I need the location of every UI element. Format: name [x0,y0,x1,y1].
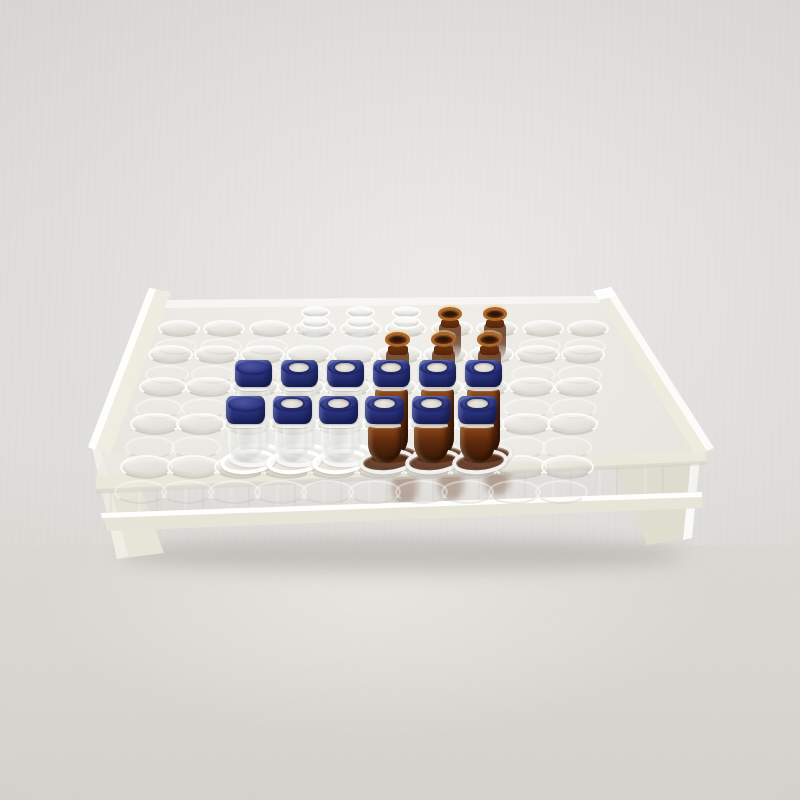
scene [0,0,800,800]
rack-hole [185,377,233,398]
vial-mouth [483,307,507,321]
rack-hole-lower-ghost [488,480,541,504]
vial-septum [335,363,355,372]
vial-mouth [477,332,502,347]
vial-septum [381,363,401,372]
vial-mouth [431,332,456,347]
rack-hole [515,345,560,364]
vial-septum [281,399,302,409]
rack-hole-lower-ghost [161,480,214,504]
rack-hole [508,377,556,398]
rack-hole [567,320,609,337]
vial-septum [289,363,309,372]
vial-cap [273,396,312,424]
vial-septum [467,399,488,409]
vial-septum [474,363,494,372]
rack-hole-lower-ghost [301,480,354,504]
vial-cap [281,360,318,387]
rack-shadow [118,538,684,572]
vial-body [321,425,356,463]
rack-hole [194,345,239,364]
rack-hole-lower-ghost [441,480,494,504]
rack-hole [158,320,200,337]
rack-hole [120,455,173,479]
vial-cap [319,396,358,424]
vial-septum [374,399,395,409]
rack-hole [541,455,594,479]
rack-hole [547,413,597,435]
vial-cap [373,360,410,387]
vial-mouth [438,307,462,321]
vial-septum [328,399,349,409]
rack-hole [167,455,220,479]
vial-cap [465,360,502,387]
vial-body-ghost [347,334,371,358]
vial-septum [421,399,442,409]
vial-cap [327,360,364,387]
rack-hole-lower-ghost [395,480,448,504]
vial-body-ghost [301,334,325,358]
vial-cap [419,360,456,387]
vial-cap [365,396,404,424]
rack-hole-lower-ghost [208,480,261,504]
vial-cap [235,360,272,387]
vial-rack [0,0,800,800]
vial-cap [226,396,265,424]
vial-cap [412,396,451,424]
vial-body [414,425,449,463]
rack-hole [139,377,187,398]
rack-hole-lower-ghost [254,480,307,504]
rack-hole-lower-ghost [348,480,401,504]
vial-cap [458,396,497,424]
rack-hole [203,320,245,337]
rack-hole-lower-ghost [535,480,588,504]
vial-septum [427,363,447,372]
rack-hole [522,320,564,337]
rack-hole [554,377,602,398]
rack-hole-lower-ghost [114,480,167,504]
rack-hole [249,320,291,337]
